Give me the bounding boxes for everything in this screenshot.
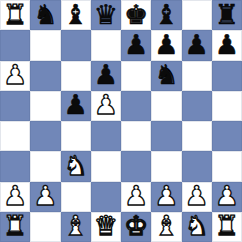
square-c4[interactable]	[61, 121, 91, 151]
square-a5[interactable]	[0, 91, 30, 121]
square-g1[interactable]: ♞	[182, 212, 212, 242]
square-f4[interactable]	[151, 121, 181, 151]
piece-black-king[interactable]: ♚	[124, 1, 148, 28]
square-c6[interactable]	[61, 61, 91, 91]
piece-black-rook[interactable]: ♜	[215, 1, 239, 28]
piece-white-pawn[interactable]: ♟	[3, 182, 27, 209]
piece-black-queen[interactable]: ♛	[94, 1, 118, 28]
square-c3[interactable]: ♞	[61, 151, 91, 181]
piece-black-pawn[interactable]: ♟	[215, 31, 239, 58]
square-d1[interactable]: ♛	[91, 212, 121, 242]
square-e1[interactable]: ♚	[121, 212, 151, 242]
square-e2[interactable]: ♟	[121, 182, 151, 212]
piece-black-pawn[interactable]: ♟	[154, 31, 178, 58]
piece-white-pawn[interactable]: ♟	[3, 61, 27, 88]
square-g5[interactable]	[182, 91, 212, 121]
piece-white-pawn[interactable]: ♟	[33, 182, 57, 209]
piece-white-bishop[interactable]: ♝	[154, 212, 178, 239]
square-b8[interactable]: ♞	[30, 0, 60, 30]
square-d5[interactable]: ♟	[91, 91, 121, 121]
square-d3[interactable]	[91, 151, 121, 181]
piece-black-pawn[interactable]: ♟	[124, 31, 148, 58]
square-b7[interactable]	[30, 30, 60, 60]
square-d6[interactable]: ♟	[91, 61, 121, 91]
piece-black-knight[interactable]: ♞	[33, 1, 57, 28]
piece-white-pawn[interactable]: ♟	[215, 182, 239, 209]
square-a7[interactable]	[0, 30, 30, 60]
square-f8[interactable]: ♝	[151, 0, 181, 30]
square-f2[interactable]: ♟	[151, 182, 181, 212]
square-d2[interactable]	[91, 182, 121, 212]
square-g6[interactable]	[182, 61, 212, 91]
piece-white-bishop[interactable]: ♝	[64, 212, 88, 239]
square-f7[interactable]: ♟	[151, 30, 181, 60]
square-e6[interactable]	[121, 61, 151, 91]
square-h2[interactable]: ♟	[212, 182, 242, 212]
square-g2[interactable]: ♟	[182, 182, 212, 212]
square-a1[interactable]: ♜	[0, 212, 30, 242]
square-f6[interactable]: ♞	[151, 61, 181, 91]
piece-white-pawn[interactable]: ♟	[94, 91, 118, 118]
piece-black-pawn[interactable]: ♟	[64, 91, 88, 118]
piece-white-pawn[interactable]: ♟	[124, 182, 148, 209]
piece-black-pawn[interactable]: ♟	[94, 61, 118, 88]
square-h7[interactable]: ♟	[212, 30, 242, 60]
square-e8[interactable]: ♚	[121, 0, 151, 30]
square-a8[interactable]: ♜	[0, 0, 30, 30]
square-g4[interactable]	[182, 121, 212, 151]
square-f1[interactable]: ♝	[151, 212, 181, 242]
square-g8[interactable]	[182, 0, 212, 30]
square-e5[interactable]	[121, 91, 151, 121]
square-e4[interactable]	[121, 121, 151, 151]
square-b2[interactable]: ♟	[30, 182, 60, 212]
square-h6[interactable]	[212, 61, 242, 91]
piece-white-knight[interactable]: ♞	[64, 152, 88, 179]
square-a3[interactable]	[0, 151, 30, 181]
square-c2[interactable]	[61, 182, 91, 212]
square-a4[interactable]	[0, 121, 30, 151]
square-b3[interactable]	[30, 151, 60, 181]
piece-white-king[interactable]: ♚	[124, 212, 148, 239]
square-b5[interactable]	[30, 91, 60, 121]
square-b4[interactable]	[30, 121, 60, 151]
square-e3[interactable]	[121, 151, 151, 181]
square-c8[interactable]: ♝	[61, 0, 91, 30]
piece-white-pawn[interactable]: ♟	[154, 182, 178, 209]
piece-white-rook[interactable]: ♜	[3, 1, 27, 28]
piece-white-rook[interactable]: ♜	[215, 212, 239, 239]
piece-black-pawn[interactable]: ♟	[185, 31, 209, 58]
square-h3[interactable]	[212, 151, 242, 181]
piece-white-rook[interactable]: ♜	[3, 212, 27, 239]
square-b6[interactable]	[30, 61, 60, 91]
chess-board: ♜♞♝♛♚♝♜♟♟♟♟♟♟♞♟♟♞♟♟♟♟♟♟♜♝♛♚♝♞♜	[0, 0, 242, 242]
square-h4[interactable]	[212, 121, 242, 151]
square-f3[interactable]	[151, 151, 181, 181]
square-b1[interactable]	[30, 212, 60, 242]
square-a6[interactable]: ♟	[0, 61, 30, 91]
piece-black-bishop[interactable]: ♝	[64, 1, 88, 28]
piece-white-pawn[interactable]: ♟	[185, 182, 209, 209]
square-g7[interactable]: ♟	[182, 30, 212, 60]
piece-black-bishop[interactable]: ♝	[154, 1, 178, 28]
square-c5[interactable]: ♟	[61, 91, 91, 121]
square-h8[interactable]: ♜	[212, 0, 242, 30]
square-d8[interactable]: ♛	[91, 0, 121, 30]
square-c7[interactable]	[61, 30, 91, 60]
piece-white-knight[interactable]: ♞	[185, 212, 209, 239]
piece-black-knight[interactable]: ♞	[154, 61, 178, 88]
square-d7[interactable]	[91, 30, 121, 60]
square-h5[interactable]	[212, 91, 242, 121]
square-c1[interactable]: ♝	[61, 212, 91, 242]
square-g3[interactable]	[182, 151, 212, 181]
square-d4[interactable]	[91, 121, 121, 151]
square-h1[interactable]: ♜	[212, 212, 242, 242]
square-e7[interactable]: ♟	[121, 30, 151, 60]
square-f5[interactable]	[151, 91, 181, 121]
square-a2[interactable]: ♟	[0, 182, 30, 212]
piece-white-queen[interactable]: ♛	[94, 212, 118, 239]
